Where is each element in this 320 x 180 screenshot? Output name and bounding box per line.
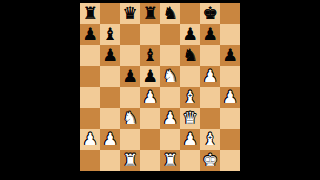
- square-g2[interactable]: ♝: [200, 129, 220, 150]
- piece-black-pawn: ♟: [122, 68, 137, 85]
- square-c1[interactable]: ♜: [120, 150, 140, 171]
- square-b3[interactable]: [100, 108, 120, 129]
- piece-black-pawn: ♟: [102, 47, 117, 64]
- square-d3[interactable]: [140, 108, 160, 129]
- piece-white-bishop: ♝: [202, 131, 217, 148]
- square-h6[interactable]: ♟: [220, 45, 240, 66]
- square-d7[interactable]: [140, 24, 160, 45]
- square-h8[interactable]: [220, 3, 240, 24]
- square-d1[interactable]: [140, 150, 160, 171]
- square-a5[interactable]: [80, 66, 100, 87]
- piece-white-pawn: ♟: [142, 89, 157, 106]
- square-e8[interactable]: ♞: [160, 3, 180, 24]
- square-f7[interactable]: ♟: [180, 24, 200, 45]
- square-e6[interactable]: [160, 45, 180, 66]
- square-e2[interactable]: [160, 129, 180, 150]
- piece-black-bishop: ♝: [102, 26, 117, 43]
- square-d8[interactable]: ♜: [140, 3, 160, 24]
- square-e3[interactable]: ♟: [160, 108, 180, 129]
- piece-black-knight: ♞: [162, 5, 177, 22]
- square-f4[interactable]: ♝: [180, 87, 200, 108]
- square-g4[interactable]: [200, 87, 220, 108]
- square-e4[interactable]: [160, 87, 180, 108]
- piece-black-bishop: ♝: [142, 47, 157, 64]
- square-g8[interactable]: ♚: [200, 3, 220, 24]
- square-c6[interactable]: [120, 45, 140, 66]
- piece-white-rook: ♜: [162, 152, 177, 169]
- square-b7[interactable]: ♝: [100, 24, 120, 45]
- chess-board: ♜♛♜♞♚♟♝♟♟♟♝♞♟♟♟♞♟♟♝♟♞♟♛♟♟♟♝♜♜♚: [80, 3, 240, 171]
- square-b8[interactable]: [100, 3, 120, 24]
- square-f2[interactable]: ♟: [180, 129, 200, 150]
- piece-white-pawn: ♟: [102, 131, 117, 148]
- piece-white-pawn: ♟: [222, 89, 237, 106]
- square-a4[interactable]: [80, 87, 100, 108]
- square-h3[interactable]: [220, 108, 240, 129]
- video-frame: ♜♛♜♞♚♟♝♟♟♟♝♞♟♟♟♞♟♟♝♟♞♟♛♟♟♟♝♜♜♚: [0, 0, 320, 180]
- square-h2[interactable]: [220, 129, 240, 150]
- square-g6[interactable]: [200, 45, 220, 66]
- square-a1[interactable]: [80, 150, 100, 171]
- piece-white-pawn: ♟: [182, 131, 197, 148]
- piece-white-pawn: ♟: [162, 110, 177, 127]
- square-c8[interactable]: ♛: [120, 3, 140, 24]
- square-h5[interactable]: [220, 66, 240, 87]
- square-f5[interactable]: [180, 66, 200, 87]
- pillarbox-left: [0, 0, 80, 180]
- square-d2[interactable]: [140, 129, 160, 150]
- piece-white-knight: ♞: [122, 110, 137, 127]
- square-h1[interactable]: [220, 150, 240, 171]
- piece-black-king: ♚: [202, 5, 217, 22]
- square-d4[interactable]: ♟: [140, 87, 160, 108]
- square-a6[interactable]: [80, 45, 100, 66]
- square-g1[interactable]: ♚: [200, 150, 220, 171]
- piece-black-rook: ♜: [142, 5, 157, 22]
- square-b1[interactable]: [100, 150, 120, 171]
- square-a7[interactable]: ♟: [80, 24, 100, 45]
- piece-black-queen: ♛: [122, 5, 137, 22]
- square-e5[interactable]: ♞: [160, 66, 180, 87]
- piece-white-rook: ♜: [122, 152, 137, 169]
- piece-white-pawn: ♟: [202, 68, 217, 85]
- piece-black-pawn: ♟: [182, 26, 197, 43]
- square-b2[interactable]: ♟: [100, 129, 120, 150]
- piece-white-bishop: ♝: [182, 89, 197, 106]
- square-h7[interactable]: [220, 24, 240, 45]
- piece-black-pawn: ♟: [202, 26, 217, 43]
- piece-black-knight: ♞: [182, 47, 197, 64]
- square-f1[interactable]: [180, 150, 200, 171]
- square-f6[interactable]: ♞: [180, 45, 200, 66]
- piece-black-pawn: ♟: [142, 68, 157, 85]
- square-h4[interactable]: ♟: [220, 87, 240, 108]
- square-c7[interactable]: [120, 24, 140, 45]
- piece-white-queen: ♛: [182, 110, 197, 127]
- square-g3[interactable]: [200, 108, 220, 129]
- piece-black-pawn: ♟: [82, 26, 97, 43]
- square-a8[interactable]: ♜: [80, 3, 100, 24]
- square-f8[interactable]: [180, 3, 200, 24]
- piece-black-pawn: ♟: [222, 47, 237, 64]
- piece-white-pawn: ♟: [82, 131, 97, 148]
- piece-white-king: ♚: [202, 152, 217, 169]
- square-c3[interactable]: ♞: [120, 108, 140, 129]
- square-c2[interactable]: [120, 129, 140, 150]
- piece-black-rook: ♜: [82, 5, 97, 22]
- square-g5[interactable]: ♟: [200, 66, 220, 87]
- square-d6[interactable]: ♝: [140, 45, 160, 66]
- square-g7[interactable]: ♟: [200, 24, 220, 45]
- square-e1[interactable]: ♜: [160, 150, 180, 171]
- square-a2[interactable]: ♟: [80, 129, 100, 150]
- square-d5[interactable]: ♟: [140, 66, 160, 87]
- pillarbox-right: [240, 0, 320, 180]
- piece-white-knight: ♞: [162, 68, 177, 85]
- square-a3[interactable]: [80, 108, 100, 129]
- square-c4[interactable]: [120, 87, 140, 108]
- square-b5[interactable]: [100, 66, 120, 87]
- square-c5[interactable]: ♟: [120, 66, 140, 87]
- square-b6[interactable]: ♟: [100, 45, 120, 66]
- square-f3[interactable]: ♛: [180, 108, 200, 129]
- square-e7[interactable]: [160, 24, 180, 45]
- square-b4[interactable]: [100, 87, 120, 108]
